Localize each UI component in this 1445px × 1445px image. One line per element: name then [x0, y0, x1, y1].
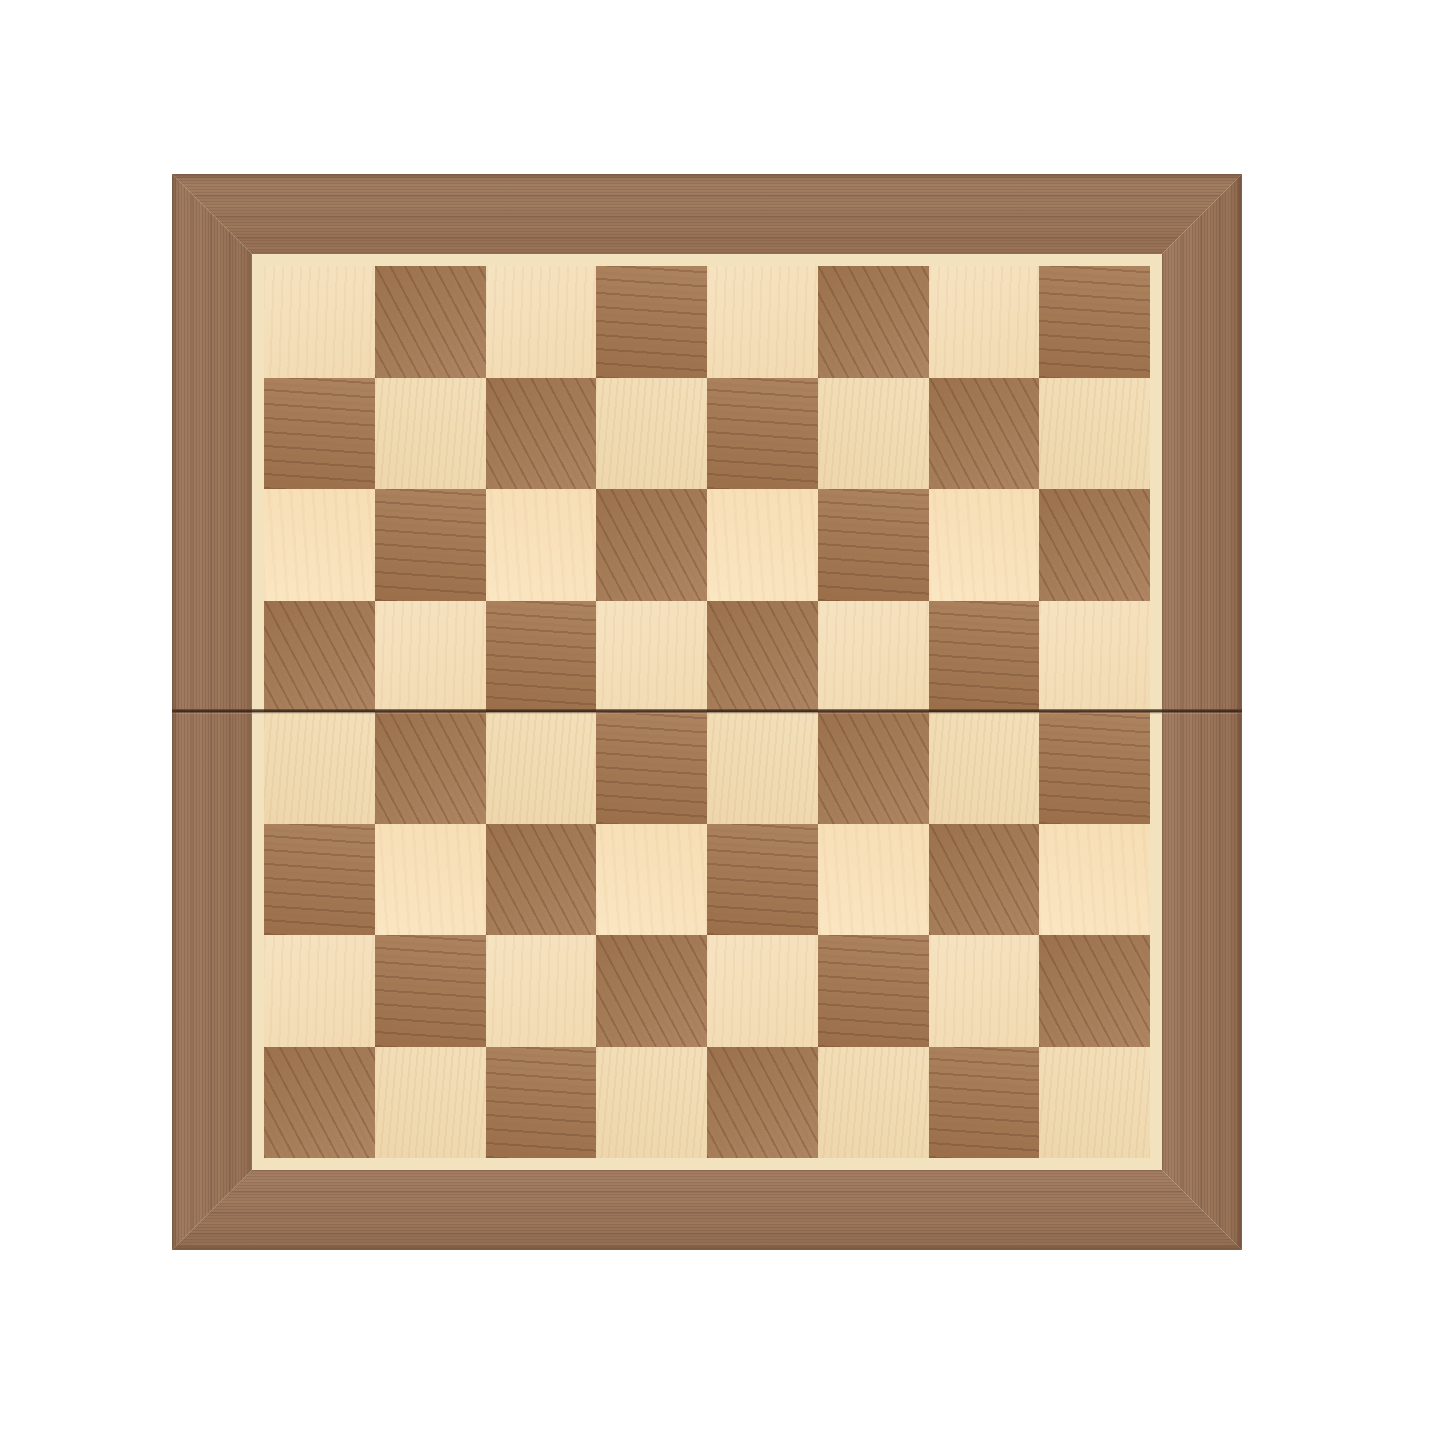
- square-c1[interactable]: [486, 1047, 597, 1159]
- square-d3[interactable]: [596, 824, 707, 936]
- square-a6[interactable]: [264, 489, 375, 601]
- square-d1[interactable]: [596, 1047, 707, 1159]
- playing-field: [264, 266, 1150, 1158]
- square-a2[interactable]: [264, 935, 375, 1047]
- square-f7[interactable]: [818, 378, 929, 490]
- square-c8[interactable]: [486, 266, 597, 378]
- square-a5[interactable]: [264, 601, 375, 713]
- square-c3[interactable]: [486, 824, 597, 936]
- square-d4[interactable]: [596, 712, 707, 824]
- square-e1[interactable]: [707, 1047, 818, 1159]
- square-b1[interactable]: [375, 1047, 486, 1159]
- square-b8[interactable]: [375, 266, 486, 378]
- board-frame-left: [172, 174, 252, 1250]
- square-a4[interactable]: [264, 712, 375, 824]
- square-g5[interactable]: [929, 601, 1040, 713]
- square-h6[interactable]: [1039, 489, 1150, 601]
- square-a7[interactable]: [264, 378, 375, 490]
- square-e6[interactable]: [707, 489, 818, 601]
- square-h2[interactable]: [1039, 935, 1150, 1047]
- square-d5[interactable]: [596, 601, 707, 713]
- square-g2[interactable]: [929, 935, 1040, 1047]
- square-g7[interactable]: [929, 378, 1040, 490]
- square-d8[interactable]: [596, 266, 707, 378]
- square-h7[interactable]: [1039, 378, 1150, 490]
- square-a1[interactable]: [264, 1047, 375, 1159]
- square-f4[interactable]: [818, 712, 929, 824]
- square-b7[interactable]: [375, 378, 486, 490]
- square-b2[interactable]: [375, 935, 486, 1047]
- square-h4[interactable]: [1039, 712, 1150, 824]
- square-b3[interactable]: [375, 824, 486, 936]
- chess-board: [172, 174, 1242, 1250]
- square-c6[interactable]: [486, 489, 597, 601]
- board-frame-top: [172, 174, 1242, 254]
- square-b5[interactable]: [375, 601, 486, 713]
- square-g6[interactable]: [929, 489, 1040, 601]
- square-b6[interactable]: [375, 489, 486, 601]
- square-g8[interactable]: [929, 266, 1040, 378]
- square-f2[interactable]: [818, 935, 929, 1047]
- square-e5[interactable]: [707, 601, 818, 713]
- square-c4[interactable]: [486, 712, 597, 824]
- square-f6[interactable]: [818, 489, 929, 601]
- square-g1[interactable]: [929, 1047, 1040, 1159]
- square-d2[interactable]: [596, 935, 707, 1047]
- square-c2[interactable]: [486, 935, 597, 1047]
- square-f5[interactable]: [818, 601, 929, 713]
- square-h3[interactable]: [1039, 824, 1150, 936]
- square-h1[interactable]: [1039, 1047, 1150, 1159]
- square-a8[interactable]: [264, 266, 375, 378]
- square-a3[interactable]: [264, 824, 375, 936]
- board-frame-right: [1162, 174, 1242, 1250]
- square-d7[interactable]: [596, 378, 707, 490]
- square-e3[interactable]: [707, 824, 818, 936]
- square-g3[interactable]: [929, 824, 1040, 936]
- square-b4[interactable]: [375, 712, 486, 824]
- square-e4[interactable]: [707, 712, 818, 824]
- square-e8[interactable]: [707, 266, 818, 378]
- square-e2[interactable]: [707, 935, 818, 1047]
- square-h8[interactable]: [1039, 266, 1150, 378]
- square-f1[interactable]: [818, 1047, 929, 1159]
- square-e7[interactable]: [707, 378, 818, 490]
- photo-background: [0, 0, 1445, 1445]
- square-c5[interactable]: [486, 601, 597, 713]
- board-frame-bottom: [172, 1170, 1242, 1250]
- square-f3[interactable]: [818, 824, 929, 936]
- square-h5[interactable]: [1039, 601, 1150, 713]
- square-c7[interactable]: [486, 378, 597, 490]
- square-f8[interactable]: [818, 266, 929, 378]
- square-g4[interactable]: [929, 712, 1040, 824]
- square-d6[interactable]: [596, 489, 707, 601]
